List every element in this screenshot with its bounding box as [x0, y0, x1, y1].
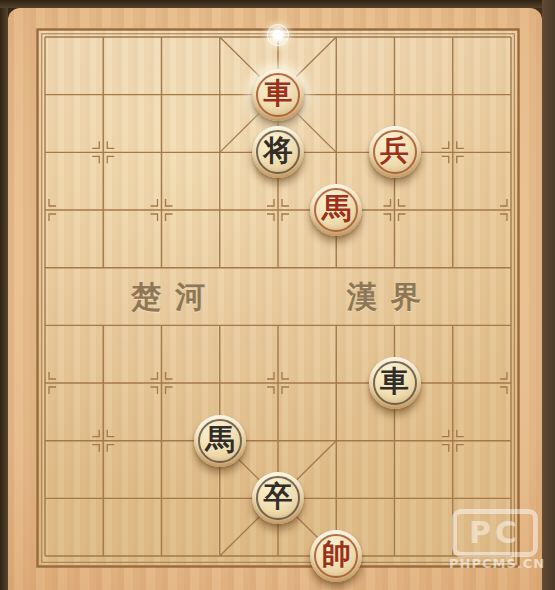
piece-body: 卒 — [252, 472, 304, 524]
piece-red-chariot[interactable]: 車 — [252, 69, 304, 121]
piece-black-chariot[interactable]: 車 — [369, 357, 421, 409]
xiangqi-app: 楚河 漢界 車将兵馬車馬卒帥 PC PHPCMS.CN — [0, 0, 555, 590]
piece-black-horse[interactable]: 馬 — [194, 415, 246, 467]
river-label-right: 漢界 — [347, 280, 435, 314]
piece-black-general[interactable]: 将 — [252, 126, 304, 178]
piece-character: 車 — [252, 69, 304, 121]
watermark-site: PHPCMS.CN — [449, 556, 549, 571]
piece-character: 兵 — [369, 126, 421, 178]
river-label-left: 楚河 — [131, 280, 219, 314]
piece-character: 馬 — [194, 415, 246, 467]
piece-character: 卒 — [252, 472, 304, 524]
watermark-logo: PC — [452, 509, 538, 557]
piece-body: 将 — [252, 126, 304, 178]
piece-character: 車 — [369, 357, 421, 409]
piece-body: 車 — [369, 357, 421, 409]
piece-character: 馬 — [310, 184, 362, 236]
piece-body: 馬 — [194, 415, 246, 467]
piece-red-horse[interactable]: 馬 — [310, 184, 362, 236]
piece-black-soldier[interactable]: 卒 — [252, 472, 304, 524]
piece-body: 馬 — [310, 184, 362, 236]
piece-red-soldier[interactable]: 兵 — [369, 126, 421, 178]
piece-character: 将 — [252, 126, 304, 178]
piece-character: 帥 — [310, 530, 362, 582]
piece-red-general[interactable]: 帥 — [310, 530, 362, 582]
piece-body: 兵 — [369, 126, 421, 178]
last-move-marker — [259, 16, 297, 54]
piece-body: 車 — [252, 69, 304, 121]
xiangqi-board[interactable]: 楚河 漢界 車将兵馬車馬卒帥 — [0, 0, 555, 590]
piece-body: 帥 — [310, 530, 362, 582]
